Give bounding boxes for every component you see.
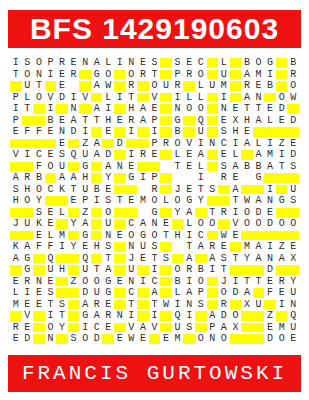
letter-cell: E: [45, 149, 57, 161]
empty-yellow-cell: [207, 149, 219, 161]
empty-yellow-cell: [10, 161, 22, 173]
empty-yellow-cell: [68, 207, 80, 219]
empty-yellow-cell: [183, 126, 195, 138]
empty-yellow-cell: [56, 195, 68, 207]
letter-cell: A: [195, 149, 207, 161]
letter-cell: Z: [79, 207, 91, 219]
empty-yellow-cell: [137, 138, 149, 150]
letter-cell: E: [102, 126, 114, 138]
empty-yellow-cell: [276, 207, 288, 219]
letter-cell: D: [253, 207, 265, 219]
letter-cell: N: [218, 103, 230, 115]
letter-cell: D: [114, 138, 126, 150]
empty-yellow-cell: [160, 103, 172, 115]
empty-yellow-cell: [160, 310, 172, 322]
letter-cell: O: [33, 57, 45, 69]
empty-yellow-cell: [230, 241, 242, 253]
empty-yellow-cell: [160, 69, 172, 81]
letter-cell: E: [230, 172, 242, 184]
letter-cell: L: [102, 57, 114, 69]
letter-cell: S: [45, 287, 57, 299]
empty-yellow-cell: [195, 310, 207, 322]
letter-cell: C: [195, 57, 207, 69]
empty-yellow-cell: [10, 310, 22, 322]
letter-cell: T: [253, 276, 265, 288]
letter-cell: X: [287, 253, 299, 265]
letter-cell: T: [102, 253, 114, 265]
letter-cell: L: [172, 287, 184, 299]
letter-cell: A: [253, 195, 265, 207]
letter-cell: V: [149, 92, 161, 104]
letter-cell: O: [149, 195, 161, 207]
letter-cell: I: [230, 276, 242, 288]
letter-cell: T: [149, 299, 161, 311]
letter-cell: I: [264, 241, 276, 253]
letter-cell: L: [183, 218, 195, 230]
letter-cell: E: [56, 80, 68, 92]
empty-yellow-cell: [276, 172, 288, 184]
letter-cell: H: [10, 195, 22, 207]
empty-yellow-cell: [137, 299, 149, 311]
letter-cell: A: [207, 253, 219, 265]
letter-cell: T: [207, 207, 219, 219]
letter-cell: D: [68, 126, 80, 138]
empty-yellow-cell: [149, 333, 161, 345]
letter-cell: U: [45, 264, 57, 276]
letter-cell: L: [195, 80, 207, 92]
letter-cell: R: [149, 184, 161, 196]
letter-cell: S: [287, 195, 299, 207]
letter-cell: J: [10, 218, 22, 230]
letter-cell: B: [241, 161, 253, 173]
letter-cell: N: [183, 299, 195, 311]
empty-white-cell: [207, 172, 219, 184]
letter-cell: N: [253, 92, 265, 104]
letter-cell: E: [137, 57, 149, 69]
letter-cell: O: [79, 333, 91, 345]
empty-yellow-cell: [160, 207, 172, 219]
empty-yellow-cell: [114, 149, 126, 161]
empty-yellow-cell: [160, 264, 172, 276]
empty-yellow-cell: [114, 287, 126, 299]
letter-cell: F: [22, 126, 34, 138]
empty-yellow-cell: [126, 184, 138, 196]
empty-yellow-cell: [91, 253, 103, 265]
letter-cell: N: [33, 69, 45, 81]
letter-cell: A: [79, 218, 91, 230]
letter-cell: O: [218, 333, 230, 345]
empty-yellow-cell: [56, 253, 68, 265]
letter-cell: E: [33, 299, 45, 311]
empty-yellow-cell: [68, 161, 80, 173]
letter-cell: I: [10, 103, 22, 115]
book-title: BFS 1429190603: [30, 12, 279, 46]
letter-cell: E: [160, 333, 172, 345]
empty-yellow-cell: [160, 276, 172, 288]
letter-cell: A: [253, 149, 265, 161]
letter-cell: I: [22, 149, 34, 161]
letter-cell: R: [183, 264, 195, 276]
letter-cell: F: [45, 241, 57, 253]
letter-cell: R: [126, 80, 138, 92]
letter-cell: R: [56, 57, 68, 69]
letter-cell: E: [264, 103, 276, 115]
empty-yellow-cell: [207, 161, 219, 173]
empty-yellow-cell: [68, 264, 80, 276]
empty-yellow-cell: [276, 57, 288, 69]
letter-cell: C: [126, 218, 138, 230]
letter-cell: Q: [195, 115, 207, 127]
letter-cell: E: [56, 115, 68, 127]
letter-cell: Z: [276, 138, 288, 150]
letter-cell: S: [56, 149, 68, 161]
letter-cell: O: [253, 57, 265, 69]
empty-yellow-cell: [10, 138, 22, 150]
letter-cell: D: [102, 149, 114, 161]
title-banner: BFS 1429190603: [8, 10, 301, 48]
empty-yellow-cell: [195, 253, 207, 265]
letter-cell: A: [253, 241, 265, 253]
letter-cell: G: [22, 253, 34, 265]
letter-cell: O: [276, 218, 288, 230]
empty-yellow-cell: [79, 80, 91, 92]
letter-cell: E: [218, 149, 230, 161]
empty-yellow-cell: [207, 276, 219, 288]
letter-cell: J: [126, 253, 138, 265]
empty-yellow-cell: [287, 103, 299, 115]
letter-cell: I: [195, 172, 207, 184]
letter-cell: G: [172, 115, 184, 127]
letter-cell: E: [287, 241, 299, 253]
empty-yellow-cell: [264, 172, 276, 184]
letter-cell: E: [102, 299, 114, 311]
letter-cell: O: [126, 69, 138, 81]
empty-yellow-cell: [287, 126, 299, 138]
letter-cell: U: [126, 264, 138, 276]
letter-cell: W: [218, 230, 230, 242]
letter-cell: F: [33, 126, 45, 138]
letter-cell: E: [114, 276, 126, 288]
letter-cell: A: [195, 241, 207, 253]
letter-cell: A: [241, 69, 253, 81]
empty-yellow-cell: [137, 161, 149, 173]
letter-cell: R: [126, 115, 138, 127]
empty-yellow-cell: [137, 80, 149, 92]
empty-yellow-cell: [10, 80, 22, 92]
letter-cell: B: [287, 57, 299, 69]
empty-yellow-cell: [68, 138, 80, 150]
letter-cell: T: [195, 184, 207, 196]
letter-cell: A: [207, 310, 219, 322]
letter-cell: H: [241, 115, 253, 127]
letter-cell: E: [149, 149, 161, 161]
letter-cell: Y: [241, 253, 253, 265]
letter-cell: D: [56, 92, 68, 104]
letter-cell: L: [10, 287, 22, 299]
empty-yellow-cell: [183, 333, 195, 345]
letter-cell: G: [149, 207, 161, 219]
letter-cell: S: [10, 184, 22, 196]
letter-cell: W: [287, 92, 299, 104]
letter-cell: O: [79, 276, 91, 288]
empty-yellow-cell: [218, 184, 230, 196]
letter-cell: J: [172, 184, 184, 196]
empty-yellow-cell: [207, 115, 219, 127]
empty-yellow-cell: [218, 218, 230, 230]
letter-cell: A: [79, 299, 91, 311]
empty-yellow-cell: [114, 126, 126, 138]
empty-yellow-cell: [218, 195, 230, 207]
letter-cell: I: [22, 287, 34, 299]
letter-cell: C: [149, 276, 161, 288]
letter-cell: Q: [79, 253, 91, 265]
empty-yellow-cell: [114, 241, 126, 253]
letter-cell: E: [126, 161, 138, 173]
letter-cell: S: [287, 161, 299, 173]
letter-cell: R: [22, 172, 34, 184]
letter-cell: G: [126, 172, 138, 184]
letter-cell: E: [230, 103, 242, 115]
empty-yellow-cell: [114, 299, 126, 311]
letter-cell: S: [149, 57, 161, 69]
letter-cell: I: [230, 207, 242, 219]
letter-cell: T: [241, 276, 253, 288]
letter-cell: W: [126, 333, 138, 345]
letter-cell: Y: [172, 207, 184, 219]
letter-cell: M: [218, 80, 230, 92]
letter-cell: N: [149, 218, 161, 230]
empty-yellow-cell: [253, 287, 265, 299]
empty-yellow-cell: [207, 287, 219, 299]
letter-cell: F: [264, 287, 276, 299]
letter-cell: U: [137, 241, 149, 253]
empty-yellow-cell: [68, 299, 80, 311]
letter-cell: E: [79, 241, 91, 253]
empty-yellow-cell: [160, 126, 172, 138]
letter-cell: A: [10, 172, 22, 184]
empty-yellow-cell: [253, 264, 265, 276]
empty-white-cell: [172, 241, 184, 253]
letter-cell: R: [241, 80, 253, 92]
empty-yellow-cell: [160, 241, 172, 253]
letter-cell: G: [183, 195, 195, 207]
letter-cell: E: [22, 299, 34, 311]
empty-yellow-cell: [230, 57, 242, 69]
empty-yellow-cell: [253, 310, 265, 322]
empty-yellow-cell: [287, 230, 299, 242]
empty-yellow-cell: [264, 126, 276, 138]
letter-cell: T: [45, 299, 57, 311]
letter-cell: O: [102, 69, 114, 81]
letter-cell: G: [253, 172, 265, 184]
letter-cell: R: [218, 207, 230, 219]
letter-cell: E: [276, 287, 288, 299]
letter-cell: X: [230, 115, 242, 127]
letter-cell: O: [195, 276, 207, 288]
letter-cell: E: [287, 333, 299, 345]
letter-cell: I: [79, 322, 91, 334]
letter-cell: R: [10, 322, 22, 334]
letter-cell: L: [264, 115, 276, 127]
letter-cell: V: [230, 218, 242, 230]
letter-cell: A: [91, 138, 103, 150]
empty-yellow-cell: [207, 57, 219, 69]
empty-yellow-cell: [91, 207, 103, 219]
empty-yellow-cell: [264, 230, 276, 242]
letter-cell: S: [183, 322, 195, 334]
letter-cell: I: [45, 69, 57, 81]
letter-cell: E: [264, 207, 276, 219]
empty-yellow-cell: [207, 230, 219, 242]
letter-cell: E: [33, 230, 45, 242]
empty-yellow-cell: [56, 218, 68, 230]
letter-cell: S: [160, 253, 172, 265]
empty-white-cell: [137, 184, 149, 196]
letter-cell: I: [137, 276, 149, 288]
empty-yellow-cell: [102, 333, 114, 345]
letter-cell: Q: [172, 310, 184, 322]
letter-cell: O: [287, 80, 299, 92]
letter-cell: I: [114, 92, 126, 104]
letter-cell: E: [183, 184, 195, 196]
letter-cell: R: [102, 310, 114, 322]
letter-cell: O: [230, 310, 242, 322]
author-banner: FRANCIS GURTOWSKI: [8, 355, 301, 392]
letter-cell: D: [91, 333, 103, 345]
empty-yellow-cell: [253, 322, 265, 334]
letter-cell: T: [56, 310, 68, 322]
letter-cell: I: [10, 57, 22, 69]
empty-yellow-cell: [137, 264, 149, 276]
letter-cell: M: [172, 333, 184, 345]
letter-cell: T: [22, 103, 34, 115]
letter-cell: E: [45, 207, 57, 219]
letter-cell: Z: [264, 310, 276, 322]
letter-cell: L: [102, 92, 114, 104]
letter-cell: N: [33, 276, 45, 288]
letter-cell: B: [195, 264, 207, 276]
letter-cell: O: [207, 218, 219, 230]
letter-cell: N: [264, 195, 276, 207]
empty-yellow-cell: [10, 264, 22, 276]
letter-cell: O: [91, 276, 103, 288]
empty-yellow-cell: [56, 276, 68, 288]
letter-cell: T: [126, 92, 138, 104]
letter-cell: B: [45, 115, 57, 127]
letter-cell: Q: [68, 149, 80, 161]
empty-yellow-cell: [91, 126, 103, 138]
letter-cell: T: [10, 69, 22, 81]
letter-cell: V: [22, 310, 34, 322]
letter-cell: O: [33, 184, 45, 196]
letter-cell: V: [45, 92, 57, 104]
empty-yellow-cell: [137, 92, 149, 104]
letter-cell: U: [91, 287, 103, 299]
letter-cell: A: [276, 253, 288, 265]
letter-cell: T: [126, 299, 138, 311]
empty-yellow-cell: [22, 161, 34, 173]
letter-cell: A: [10, 253, 22, 265]
letter-cell: T: [253, 103, 265, 115]
empty-yellow-cell: [241, 264, 253, 276]
letter-cell: I: [218, 92, 230, 104]
letter-cell: T: [33, 80, 45, 92]
letter-cell: I: [126, 310, 138, 322]
letter-cell: P: [195, 287, 207, 299]
letter-cell: E: [56, 138, 68, 150]
letter-cell: O: [276, 92, 288, 104]
letter-cell: U: [287, 322, 299, 334]
letter-cell: H: [230, 126, 242, 138]
empty-yellow-cell: [137, 310, 149, 322]
letter-cell: G: [276, 195, 288, 207]
letter-cell: O: [253, 218, 265, 230]
empty-yellow-cell: [160, 184, 172, 196]
empty-yellow-cell: [126, 138, 138, 150]
letter-cell: W: [102, 80, 114, 92]
book-cover: BFS 1429190603 ISOPRENALINESSECLBOGBTONI…: [0, 0, 309, 400]
letter-cell: E: [68, 195, 80, 207]
letter-cell: O: [45, 161, 57, 173]
letter-cell: U: [102, 218, 114, 230]
letter-cell: N: [207, 333, 219, 345]
empty-yellow-cell: [207, 126, 219, 138]
letter-cell: U: [218, 69, 230, 81]
letter-cell: I: [149, 264, 161, 276]
letter-cell: I: [264, 138, 276, 150]
letter-cell: G: [137, 230, 149, 242]
letter-cell: A: [91, 103, 103, 115]
empty-yellow-cell: [160, 172, 172, 184]
letter-cell: H: [172, 230, 184, 242]
letter-cell: O: [195, 333, 207, 345]
letter-cell: H: [56, 264, 68, 276]
author-name: FRANCIS GURTOWSKI: [22, 362, 287, 385]
letter-cell: N: [114, 310, 126, 322]
empty-white-cell: [160, 161, 172, 173]
letter-cell: A: [230, 161, 242, 173]
letter-cell: N: [114, 161, 126, 173]
empty-yellow-cell: [287, 264, 299, 276]
empty-yellow-cell: [45, 138, 57, 150]
letter-cell: Q: [45, 253, 57, 265]
letter-cell: D: [276, 103, 288, 115]
letter-cell: C: [33, 149, 45, 161]
letter-cell: Z: [79, 138, 91, 150]
letter-cell: I: [56, 241, 68, 253]
empty-yellow-cell: [56, 333, 68, 345]
letter-cell: U: [287, 287, 299, 299]
empty-yellow-cell: [68, 230, 80, 242]
empty-yellow-cell: [160, 115, 172, 127]
letter-cell: B: [253, 161, 265, 173]
letter-cell: L: [183, 92, 195, 104]
letter-cell: A: [91, 149, 103, 161]
letter-cell: O: [276, 333, 288, 345]
letter-cell: O: [218, 287, 230, 299]
letter-cell: W: [241, 195, 253, 207]
letter-cell: S: [218, 126, 230, 138]
empty-yellow-cell: [114, 218, 126, 230]
letter-cell: M: [137, 195, 149, 207]
letter-cell: I: [149, 310, 161, 322]
empty-yellow-cell: [160, 322, 172, 334]
letter-cell: V: [149, 322, 161, 334]
letter-cell: D: [264, 264, 276, 276]
empty-yellow-cell: [230, 92, 242, 104]
letter-cell: Y: [195, 195, 207, 207]
letter-cell: O: [195, 218, 207, 230]
